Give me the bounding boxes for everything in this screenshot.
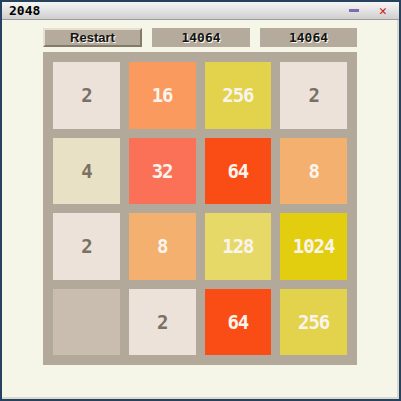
board-grid: 2162562432648281281024264256	[43, 52, 357, 365]
close-icon: ✕	[379, 4, 387, 18]
tile-8: 8	[129, 213, 196, 280]
title-bar: 2048 ✕	[2, 2, 399, 20]
tile-256: 256	[280, 289, 347, 356]
tile-1024: 1024	[280, 213, 347, 280]
titlebar-buttons: ✕	[345, 4, 392, 18]
tile-128: 128	[205, 213, 272, 280]
tile-8: 8	[280, 138, 347, 205]
tile-32: 32	[129, 138, 196, 205]
empty-cell	[53, 289, 120, 356]
tile-2: 2	[53, 213, 120, 280]
restart-button[interactable]: Restart	[43, 28, 142, 47]
minimize-button[interactable]	[345, 4, 363, 18]
tile-2: 2	[280, 62, 347, 129]
best-score-display: 14064	[260, 28, 357, 47]
minimize-icon	[349, 9, 359, 12]
game-window-2048: 2048 ✕ Restart 14064 14064 2162562432648…	[0, 0, 401, 401]
tile-256: 256	[205, 62, 272, 129]
tile-2: 2	[129, 289, 196, 356]
close-button[interactable]: ✕	[374, 4, 392, 18]
tile-16: 16	[129, 62, 196, 129]
window-title: 2048	[9, 2, 40, 20]
controls-row: Restart 14064 14064	[43, 28, 357, 47]
tile-64: 64	[205, 289, 272, 356]
tile-4: 4	[53, 138, 120, 205]
tile-2: 2	[53, 62, 120, 129]
tile-64: 64	[205, 138, 272, 205]
score-display: 14064	[152, 28, 250, 47]
